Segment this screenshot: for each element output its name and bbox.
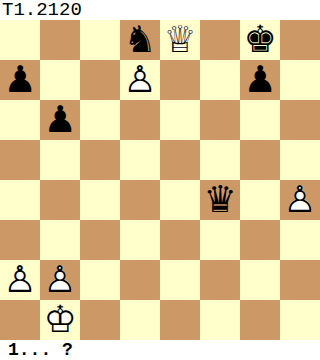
square-d2[interactable] <box>120 260 160 300</box>
square-f1[interactable] <box>200 300 240 340</box>
square-e8[interactable]: ♛♕ <box>160 20 200 60</box>
square-c5[interactable] <box>80 140 120 180</box>
square-h6[interactable] <box>280 100 320 140</box>
square-b5[interactable] <box>40 140 80 180</box>
square-f4[interactable]: ♛ <box>200 180 240 220</box>
square-f7[interactable] <box>200 60 240 100</box>
square-f3[interactable] <box>200 220 240 260</box>
square-a7[interactable]: ♟ <box>0 60 40 100</box>
square-a5[interactable] <box>0 140 40 180</box>
square-c6[interactable] <box>80 100 120 140</box>
square-h3[interactable] <box>280 220 320 260</box>
square-d8[interactable]: ♞ <box>120 20 160 60</box>
move-prompt-label: 1... ? <box>0 340 320 360</box>
white-queen: ♕ <box>160 20 200 60</box>
square-c4[interactable] <box>80 180 120 220</box>
square-h4[interactable]: ♟♙ <box>280 180 320 220</box>
square-h2[interactable] <box>280 260 320 300</box>
square-e1[interactable] <box>160 300 200 340</box>
chess-board: ♞♛♕♚♟♟♙♟♟♛♟♙♟♙♟♙♚♔ <box>0 20 320 340</box>
square-h8[interactable] <box>280 20 320 60</box>
square-b6[interactable]: ♟ <box>40 100 80 140</box>
square-g1[interactable] <box>240 300 280 340</box>
square-h7[interactable] <box>280 60 320 100</box>
square-h1[interactable] <box>280 300 320 340</box>
square-a1[interactable] <box>0 300 40 340</box>
square-c7[interactable] <box>80 60 120 100</box>
black-knight: ♞ <box>120 20 160 60</box>
square-b2[interactable]: ♟♙ <box>40 260 80 300</box>
black-queen: ♛ <box>200 180 240 220</box>
square-c2[interactable] <box>80 260 120 300</box>
square-f5[interactable] <box>200 140 240 180</box>
square-g4[interactable] <box>240 180 280 220</box>
white-pawn: ♙ <box>0 260 40 300</box>
black-pawn: ♟ <box>240 60 280 100</box>
square-e4[interactable] <box>160 180 200 220</box>
square-g3[interactable] <box>240 220 280 260</box>
square-g6[interactable] <box>240 100 280 140</box>
white-king: ♔ <box>40 300 80 340</box>
square-d3[interactable] <box>120 220 160 260</box>
square-a6[interactable] <box>0 100 40 140</box>
black-king: ♚ <box>240 20 280 60</box>
white-pawn: ♙ <box>120 60 160 100</box>
square-h5[interactable] <box>280 140 320 180</box>
black-pawn: ♟ <box>0 60 40 100</box>
square-a8[interactable] <box>0 20 40 60</box>
square-e6[interactable] <box>160 100 200 140</box>
square-d7[interactable]: ♟♙ <box>120 60 160 100</box>
square-d5[interactable] <box>120 140 160 180</box>
square-c1[interactable] <box>80 300 120 340</box>
square-f6[interactable] <box>200 100 240 140</box>
square-g7[interactable]: ♟ <box>240 60 280 100</box>
diagram-id-label: T1.2120 <box>0 0 320 20</box>
square-f2[interactable] <box>200 260 240 300</box>
square-e5[interactable] <box>160 140 200 180</box>
square-a2[interactable]: ♟♙ <box>0 260 40 300</box>
square-c8[interactable] <box>80 20 120 60</box>
square-d6[interactable] <box>120 100 160 140</box>
square-b1[interactable]: ♚♔ <box>40 300 80 340</box>
square-d1[interactable] <box>120 300 160 340</box>
square-g5[interactable] <box>240 140 280 180</box>
black-pawn: ♟ <box>40 100 80 140</box>
square-b3[interactable] <box>40 220 80 260</box>
square-a3[interactable] <box>0 220 40 260</box>
square-d4[interactable] <box>120 180 160 220</box>
square-e2[interactable] <box>160 260 200 300</box>
white-pawn: ♙ <box>280 180 320 220</box>
square-g8[interactable]: ♚ <box>240 20 280 60</box>
square-e3[interactable] <box>160 220 200 260</box>
chess-diagram: T1.2120 ♞♛♕♚♟♟♙♟♟♛♟♙♟♙♟♙♚♔ 1... ? <box>0 0 320 360</box>
square-f8[interactable] <box>200 20 240 60</box>
square-b4[interactable] <box>40 180 80 220</box>
square-b8[interactable] <box>40 20 80 60</box>
square-e7[interactable] <box>160 60 200 100</box>
square-a4[interactable] <box>0 180 40 220</box>
square-g2[interactable] <box>240 260 280 300</box>
white-pawn: ♙ <box>40 260 80 300</box>
square-c3[interactable] <box>80 220 120 260</box>
square-b7[interactable] <box>40 60 80 100</box>
